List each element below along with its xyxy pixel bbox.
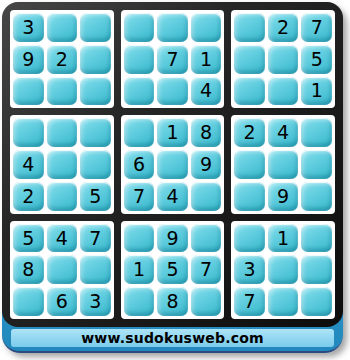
cell-r1c6[interactable] xyxy=(191,13,222,42)
box-2-3: 249 xyxy=(231,115,335,213)
cell-r3c5[interactable] xyxy=(157,77,188,106)
box-2-1: 425 xyxy=(10,115,114,213)
cell-r1c9[interactable]: 7 xyxy=(301,13,332,42)
cell-r7c5[interactable]: 9 xyxy=(157,224,188,253)
cell-r1c4[interactable] xyxy=(124,13,155,42)
cell-r9c4[interactable] xyxy=(124,287,155,316)
box-1-2: 714 xyxy=(121,10,225,108)
cell-r7c4[interactable] xyxy=(124,224,155,253)
cell-r9c9[interactable] xyxy=(301,287,332,316)
cell-r2c3[interactable] xyxy=(80,45,111,74)
website-label: www.sudokusweb.com xyxy=(81,330,264,346)
cell-r6c8[interactable]: 9 xyxy=(268,182,299,211)
cell-r4c8[interactable]: 4 xyxy=(268,118,299,147)
cell-r7c7[interactable] xyxy=(234,224,265,253)
cell-r9c3[interactable]: 3 xyxy=(80,287,111,316)
cell-r3c4[interactable] xyxy=(124,77,155,106)
cell-r1c5[interactable] xyxy=(157,13,188,42)
cell-r9c5[interactable]: 8 xyxy=(157,287,188,316)
cell-r4c4[interactable] xyxy=(124,118,155,147)
cell-r3c6[interactable]: 4 xyxy=(191,77,222,106)
cell-r7c6[interactable] xyxy=(191,224,222,253)
cell-r8c1[interactable]: 8 xyxy=(13,255,44,284)
cell-r8c7[interactable]: 3 xyxy=(234,255,265,284)
cell-r5c1[interactable]: 4 xyxy=(13,150,44,179)
cell-r8c5[interactable]: 5 xyxy=(157,255,188,284)
cell-r3c2[interactable] xyxy=(47,77,78,106)
cell-r4c9[interactable] xyxy=(301,118,332,147)
cell-r8c9[interactable] xyxy=(301,255,332,284)
cell-r6c1[interactable]: 2 xyxy=(13,182,44,211)
cell-r5c9[interactable] xyxy=(301,150,332,179)
cell-r4c7[interactable]: 2 xyxy=(234,118,265,147)
cell-r7c2[interactable]: 4 xyxy=(47,224,78,253)
cell-r9c2[interactable]: 6 xyxy=(47,287,78,316)
cell-r4c3[interactable] xyxy=(80,118,111,147)
cell-r4c1[interactable] xyxy=(13,118,44,147)
cell-r3c8[interactable] xyxy=(268,77,299,106)
cell-r2c6[interactable]: 1 xyxy=(191,45,222,74)
cell-r3c9[interactable]: 1 xyxy=(301,77,332,106)
cell-r6c3[interactable]: 5 xyxy=(80,182,111,211)
cell-r6c2[interactable] xyxy=(47,182,78,211)
cell-r7c9[interactable] xyxy=(301,224,332,253)
box-2-2: 186974 xyxy=(121,115,225,213)
cell-r9c7[interactable]: 7 xyxy=(234,287,265,316)
cell-r3c7[interactable] xyxy=(234,77,265,106)
cell-r2c7[interactable] xyxy=(234,45,265,74)
cell-r6c7[interactable] xyxy=(234,182,265,211)
cell-r6c9[interactable] xyxy=(301,182,332,211)
cell-r8c4[interactable]: 1 xyxy=(124,255,155,284)
cell-r2c9[interactable]: 5 xyxy=(301,45,332,74)
cell-r6c5[interactable]: 4 xyxy=(157,182,188,211)
cell-r9c8[interactable] xyxy=(268,287,299,316)
cell-r1c2[interactable] xyxy=(47,13,78,42)
footer-band: www.sudokusweb.com xyxy=(11,329,334,347)
cell-r2c2[interactable]: 2 xyxy=(47,45,78,74)
cell-r5c4[interactable]: 6 xyxy=(124,150,155,179)
cell-r1c1[interactable]: 3 xyxy=(13,13,44,42)
box-1-1: 392 xyxy=(10,10,114,108)
cell-r8c3[interactable] xyxy=(80,255,111,284)
cell-r6c4[interactable]: 7 xyxy=(124,182,155,211)
cell-r5c8[interactable] xyxy=(268,150,299,179)
cell-r8c8[interactable] xyxy=(268,255,299,284)
cell-r5c6[interactable]: 9 xyxy=(191,150,222,179)
cell-r3c3[interactable] xyxy=(80,77,111,106)
cell-r4c6[interactable]: 8 xyxy=(191,118,222,147)
sudoku-board: 392714275142518697424954786391578137 xyxy=(10,10,335,319)
cell-r2c5[interactable]: 7 xyxy=(157,45,188,74)
cell-r1c7[interactable] xyxy=(234,13,265,42)
cell-r7c1[interactable]: 5 xyxy=(13,224,44,253)
cell-r5c5[interactable] xyxy=(157,150,188,179)
board-frame: 392714275142518697424954786391578137 xyxy=(2,2,343,327)
cell-r9c6[interactable] xyxy=(191,287,222,316)
box-3-2: 91578 xyxy=(121,221,225,319)
cell-r9c1[interactable] xyxy=(13,287,44,316)
cell-r4c2[interactable] xyxy=(47,118,78,147)
cell-r3c1[interactable] xyxy=(13,77,44,106)
cell-r5c3[interactable] xyxy=(80,150,111,179)
sudoku-panel: 392714275142518697424954786391578137 www… xyxy=(2,2,343,353)
box-3-1: 547863 xyxy=(10,221,114,319)
footer-bar: www.sudokusweb.com xyxy=(2,327,343,351)
cell-r7c3[interactable]: 7 xyxy=(80,224,111,253)
cell-r2c4[interactable] xyxy=(124,45,155,74)
cell-r5c7[interactable] xyxy=(234,150,265,179)
cell-r5c2[interactable] xyxy=(47,150,78,179)
cell-r2c8[interactable] xyxy=(268,45,299,74)
cell-r1c8[interactable]: 2 xyxy=(268,13,299,42)
cell-r8c2[interactable] xyxy=(47,255,78,284)
cell-r6c6[interactable] xyxy=(191,182,222,211)
cell-r1c3[interactable] xyxy=(80,13,111,42)
cell-r7c8[interactable]: 1 xyxy=(268,224,299,253)
box-3-3: 137 xyxy=(231,221,335,319)
box-1-3: 2751 xyxy=(231,10,335,108)
cell-r2c1[interactable]: 9 xyxy=(13,45,44,74)
cell-r4c5[interactable]: 1 xyxy=(157,118,188,147)
cell-r8c6[interactable]: 7 xyxy=(191,255,222,284)
